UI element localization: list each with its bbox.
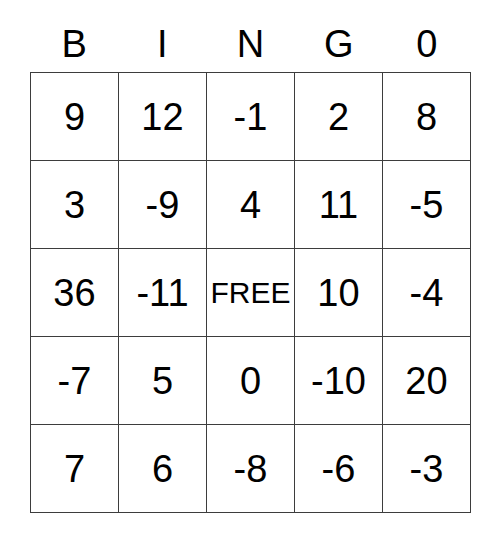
bingo-cell[interactable]: 5	[119, 337, 206, 424]
bingo-cell[interactable]: -5	[383, 161, 470, 248]
bingo-board: 9 12 -1 2 8 3 -9 4 11 -5 36 -11 FREE 10 …	[30, 72, 471, 513]
bingo-cell[interactable]: 6	[119, 425, 206, 512]
header-letter-g: G	[295, 18, 383, 70]
bingo-cell[interactable]: -11	[119, 249, 206, 336]
bingo-cell[interactable]: 0	[207, 337, 294, 424]
header-letter-i: I	[118, 18, 206, 70]
bingo-cell[interactable]: 2	[295, 73, 382, 160]
bingo-cell[interactable]: 8	[383, 73, 470, 160]
bingo-cell[interactable]: -10	[295, 337, 382, 424]
header-letter-o: 0	[383, 18, 471, 70]
header-letter-b: B	[30, 18, 118, 70]
header-letter-n: N	[206, 18, 294, 70]
free-cell[interactable]: FREE	[207, 249, 294, 336]
bingo-cell[interactable]: 9	[31, 73, 118, 160]
bingo-cell[interactable]: -6	[295, 425, 382, 512]
bingo-header: B I N G 0	[30, 18, 471, 70]
bingo-cell[interactable]: -4	[383, 249, 470, 336]
bingo-cell[interactable]: 11	[295, 161, 382, 248]
bingo-cell[interactable]: 20	[383, 337, 470, 424]
bingo-cell[interactable]: 10	[295, 249, 382, 336]
bingo-cell[interactable]: -7	[31, 337, 118, 424]
bingo-cell[interactable]: 4	[207, 161, 294, 248]
bingo-cell[interactable]: -1	[207, 73, 294, 160]
bingo-cell[interactable]: 36	[31, 249, 118, 336]
bingo-cell[interactable]: 7	[31, 425, 118, 512]
bingo-cell[interactable]: -8	[207, 425, 294, 512]
bingo-cell[interactable]: 3	[31, 161, 118, 248]
bingo-cell[interactable]: -9	[119, 161, 206, 248]
bingo-cell[interactable]: 12	[119, 73, 206, 160]
bingo-cell[interactable]: -3	[383, 425, 470, 512]
